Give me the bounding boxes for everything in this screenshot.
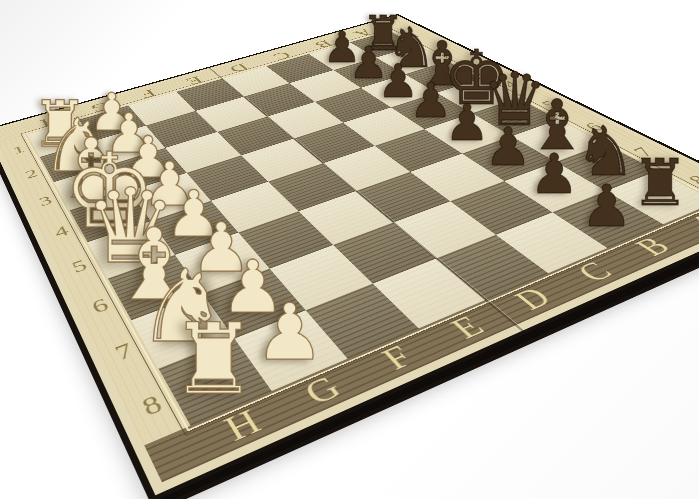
piece-white-rook-h8[interactable]: ♜ — [170, 311, 257, 409]
piece-black-pawn-b6[interactable]: ♟ — [485, 121, 532, 174]
chessboard-photo: HH11GG22FF33EE44DD55CC66BB77AA88 ♜♞♝♚♛♝♞… — [0, 0, 699, 499]
piece-black-pawn-b7[interactable]: ♟ — [529, 147, 578, 202]
piece-black-rook-a8[interactable]: ♜ — [631, 151, 689, 215]
piece-black-pawn-b5[interactable]: ♟ — [445, 98, 490, 148]
piece-white-pawn-g8[interactable]: ♟ — [255, 294, 325, 372]
piece-black-pawn-b8[interactable]: ♟ — [581, 178, 633, 236]
